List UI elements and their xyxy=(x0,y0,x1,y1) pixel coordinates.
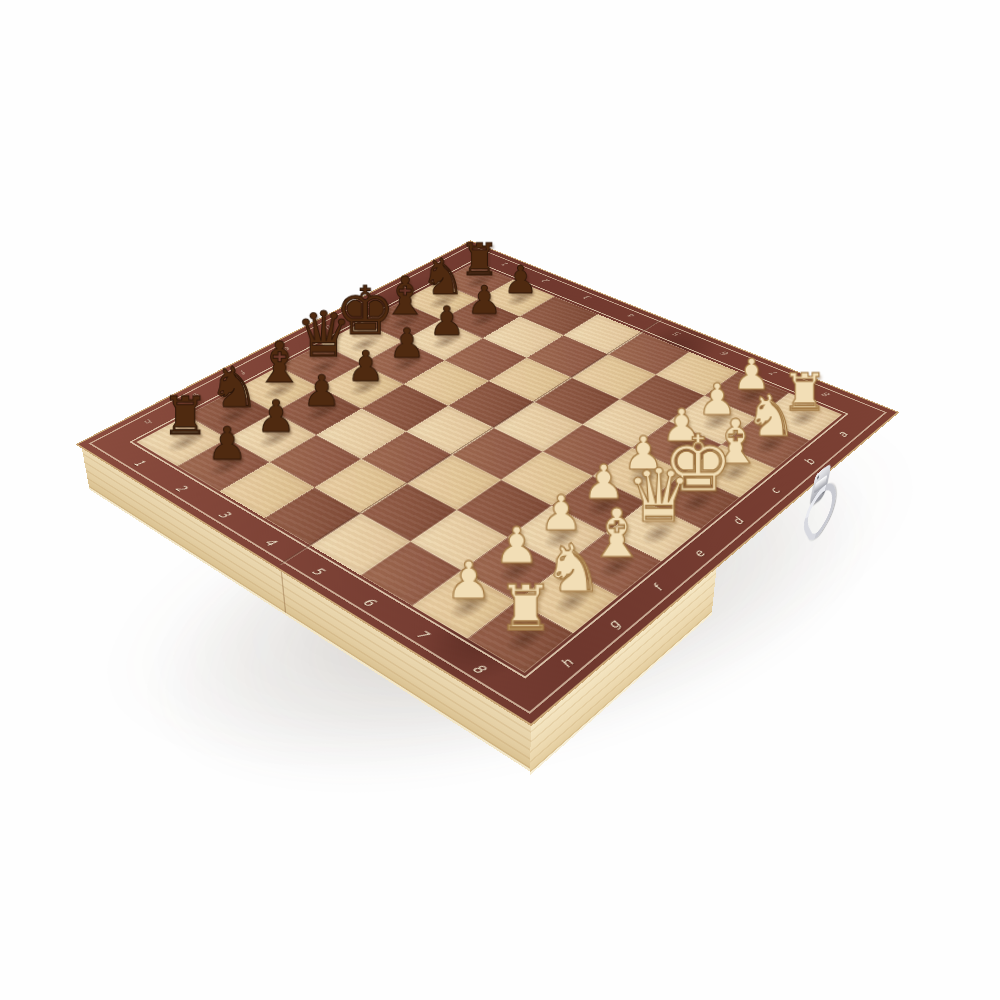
coord-label-5-labels-right: 5 xyxy=(666,328,689,340)
piece-light-rook-h8[interactable]: ♜ xyxy=(471,576,580,639)
coord-label-2-labels-left: 2 xyxy=(167,481,194,497)
coord-label-h-labels-bottom: h xyxy=(552,653,583,675)
coord-label-1-labels-left: 1 xyxy=(126,456,152,471)
scene: ♜♞♝♛♚♝♞♜♟♟♟♟♟♟♟♟♟♟♟♟♟♟♟♟♜♞♝♛♚♝♞♜ 1234567… xyxy=(0,0,1000,1000)
coord-label-g-labels-bottom: g xyxy=(599,615,629,635)
coord-label-8-labels-left: 8 xyxy=(462,658,494,680)
chess-board: ♜♞♝♛♚♝♞♜♟♟♟♟♟♟♟♟♟♟♟♟♟♟♟♟♜♞♝♛♚♝♞♜ 1234567… xyxy=(78,241,896,723)
coord-label-7-labels-left: 7 xyxy=(407,625,438,645)
coord-label-f-labels-bottom: f xyxy=(644,579,673,598)
piece-dark-pawn-h2[interactable]: ♟ xyxy=(181,421,274,467)
coord-label-e-labels-bottom: e xyxy=(685,545,713,563)
box-panel-seam xyxy=(280,566,286,614)
coord-label-5-labels-left: 5 xyxy=(303,563,332,581)
coord-label-6-labels-left: 6 xyxy=(354,593,384,612)
coord-label-b-labels-bottom: b xyxy=(797,454,822,469)
coord-label-4-labels-left: 4 xyxy=(256,534,284,551)
square-h8[interactable]: ♜ xyxy=(467,601,573,673)
coord-label-a-labels-bottom: a xyxy=(830,427,854,441)
board-grid: ♜♞♝♛♚♝♞♜♟♟♟♟♟♟♟♟♟♟♟♟♟♟♟♟♜♞♝♛♚♝♞♜ xyxy=(136,263,842,673)
coord-label-4-labels-right: 4 xyxy=(621,310,644,321)
coord-label-3-labels-right: 3 xyxy=(577,292,599,303)
coord-label-d-labels-bottom: d xyxy=(725,513,752,530)
metal-clasp xyxy=(796,454,840,549)
coord-label-3-labels-left: 3 xyxy=(210,507,238,524)
product-photo: ♜♞♝♛♚♝♞♜♟♟♟♟♟♟♟♟♟♟♟♟♟♟♟♟♜♞♝♛♚♝♞♜ 1234567… xyxy=(0,0,1000,1000)
coord-label-c-labels-bottom: c xyxy=(762,483,788,499)
